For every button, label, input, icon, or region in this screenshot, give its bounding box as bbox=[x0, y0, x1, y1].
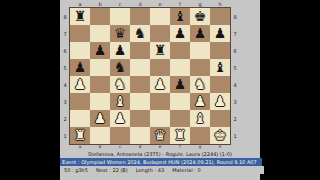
coordinate-label: a bbox=[70, 0, 90, 8]
coordinate-label: 3 bbox=[60, 93, 70, 110]
square-d3[interactable] bbox=[130, 93, 150, 110]
white-bishop[interactable]: ♝ bbox=[194, 110, 207, 127]
square-g7[interactable]: ♟ bbox=[190, 25, 210, 42]
square-b4[interactable] bbox=[90, 76, 110, 93]
black-pawn[interactable]: ♟ bbox=[74, 59, 87, 76]
square-h6[interactable] bbox=[210, 42, 230, 59]
last-move-cell: 50 : g3h5 bbox=[64, 166, 88, 174]
square-f6[interactable] bbox=[170, 42, 190, 59]
rank-labels-right: 87654321 bbox=[230, 8, 240, 144]
black-bishop[interactable]: ♝ bbox=[214, 59, 227, 76]
square-e3[interactable] bbox=[150, 93, 170, 110]
white-pawn[interactable]: ♟ bbox=[214, 93, 227, 110]
square-g5[interactable] bbox=[190, 59, 210, 76]
square-f7[interactable]: ♟ bbox=[170, 25, 190, 42]
white-pawn[interactable]: ♟ bbox=[94, 110, 107, 127]
coordinate-label: 7 bbox=[60, 25, 70, 42]
white-bishop[interactable]: ♝ bbox=[114, 93, 127, 110]
square-c2[interactable]: ♟ bbox=[110, 110, 130, 127]
square-b8[interactable] bbox=[90, 8, 110, 25]
black-pawn[interactable]: ♟ bbox=[174, 25, 187, 42]
white-king[interactable]: ♚ bbox=[214, 127, 227, 144]
black-pawn[interactable]: ♟ bbox=[114, 42, 127, 59]
square-f2[interactable] bbox=[170, 110, 190, 127]
square-a3[interactable] bbox=[70, 93, 90, 110]
black-pawn[interactable]: ♟ bbox=[174, 76, 187, 93]
square-c6[interactable]: ♟ bbox=[110, 42, 130, 59]
square-e8[interactable] bbox=[150, 8, 170, 25]
coordinate-label: 8 bbox=[60, 8, 70, 25]
square-d1[interactable] bbox=[130, 127, 150, 144]
coordinate-label: e bbox=[150, 0, 170, 8]
square-b2[interactable]: ♟ bbox=[90, 110, 110, 127]
coordinate-label: a bbox=[70, 144, 90, 150]
coordinate-label: 4 bbox=[60, 76, 70, 93]
material-cell: Material : 0 bbox=[172, 166, 200, 174]
coordinate-label: 2 bbox=[60, 110, 70, 127]
square-h7[interactable]: ♟ bbox=[210, 25, 230, 42]
black-rook[interactable]: ♜ bbox=[74, 8, 87, 25]
black-rook[interactable]: ♜ bbox=[154, 42, 167, 59]
square-e7[interactable] bbox=[150, 25, 170, 42]
square-g2[interactable]: ♝ bbox=[190, 110, 210, 127]
square-d2[interactable] bbox=[130, 110, 150, 127]
square-b1[interactable] bbox=[90, 127, 110, 144]
square-b5[interactable] bbox=[90, 59, 110, 76]
square-f5[interactable] bbox=[170, 59, 190, 76]
coordinate-label: 7 bbox=[230, 25, 240, 42]
square-h1[interactable]: ♚ bbox=[210, 127, 230, 144]
chess-gui-panel: abcdefgh 87654321 ♜♝♚♛♞♟♟♟♟♟♜♟♞♝♟♞♟♟♞♝♟♟… bbox=[60, 0, 260, 180]
rank-labels-left: 87654321 bbox=[60, 8, 70, 144]
players-caption: Stefanova, Antoaneta (2375) - Rogule, La… bbox=[60, 150, 260, 158]
square-h5[interactable]: ♝ bbox=[210, 59, 230, 76]
white-pawn[interactable]: ♟ bbox=[114, 110, 127, 127]
square-d8[interactable] bbox=[130, 8, 150, 25]
coordinate-label: 1 bbox=[230, 127, 240, 144]
square-g8[interactable]: ♚ bbox=[190, 8, 210, 25]
coordinate-label: b bbox=[90, 0, 110, 8]
white-rook[interactable]: ♜ bbox=[174, 127, 187, 144]
file-labels-top: abcdefgh bbox=[60, 0, 260, 8]
square-a6[interactable] bbox=[70, 42, 90, 59]
square-c5[interactable]: ♞ bbox=[110, 59, 130, 76]
black-pawn[interactable]: ♟ bbox=[94, 42, 107, 59]
coordinate-label: 2 bbox=[230, 110, 240, 127]
square-a1[interactable]: ♜ bbox=[70, 127, 90, 144]
coordinate-label: 4 bbox=[230, 76, 240, 93]
video-frame: abcdefgh 87654321 ♜♝♚♛♞♟♟♟♟♟♜♟♞♝♟♞♟♟♞♝♟♟… bbox=[0, 0, 320, 180]
square-e5[interactable] bbox=[150, 59, 170, 76]
square-g6[interactable] bbox=[190, 42, 210, 59]
white-pawn[interactable]: ♟ bbox=[154, 76, 167, 93]
square-c1[interactable] bbox=[110, 127, 130, 144]
square-f8[interactable]: ♝ bbox=[170, 8, 190, 25]
coordinate-label: f bbox=[170, 0, 190, 8]
white-queen[interactable]: ♛ bbox=[154, 127, 167, 144]
coordinate-label: 5 bbox=[230, 59, 240, 76]
black-pawn[interactable]: ♟ bbox=[214, 25, 227, 42]
square-d6[interactable] bbox=[130, 42, 150, 59]
black-knight[interactable]: ♞ bbox=[114, 59, 127, 76]
square-h3[interactable]: ♟ bbox=[210, 93, 230, 110]
square-d7[interactable]: ♞ bbox=[130, 25, 150, 42]
square-a2[interactable] bbox=[70, 110, 90, 127]
game-length-cell: Length : 43 bbox=[136, 166, 164, 174]
square-c3[interactable]: ♝ bbox=[110, 93, 130, 110]
square-a7[interactable] bbox=[70, 25, 90, 42]
white-pawn[interactable]: ♟ bbox=[194, 93, 207, 110]
white-pawn[interactable]: ♟ bbox=[74, 76, 87, 93]
coordinate-label: d bbox=[130, 0, 150, 8]
black-king[interactable]: ♚ bbox=[194, 8, 207, 25]
square-g4[interactable]: ♞ bbox=[190, 76, 210, 93]
chess-board: ♜♝♚♛♞♟♟♟♟♟♜♟♞♝♟♞♟♟♞♝♟♟♟♟♝♜♛♜♚ bbox=[70, 8, 230, 144]
coordinate-label: c bbox=[110, 0, 130, 8]
square-e6[interactable]: ♜ bbox=[150, 42, 170, 59]
square-h4[interactable] bbox=[210, 76, 230, 93]
event-caption: Event : Olympiad Women 2024, Budapest HU… bbox=[60, 158, 262, 166]
square-b3[interactable] bbox=[90, 93, 110, 110]
coordinate-label: 3 bbox=[230, 93, 240, 110]
square-e2[interactable] bbox=[150, 110, 170, 127]
square-d4[interactable] bbox=[130, 76, 150, 93]
next-move-cell: Next : 22 (B) bbox=[96, 166, 128, 174]
square-c8[interactable] bbox=[110, 8, 130, 25]
coordinate-label: g bbox=[190, 0, 210, 8]
status-caption: 50 : g3h5 Next : 22 (B) Length : 43 Mate… bbox=[60, 166, 264, 174]
coordinate-label: 6 bbox=[60, 42, 70, 59]
square-f4[interactable]: ♟ bbox=[170, 76, 190, 93]
coordinate-label: 8 bbox=[230, 8, 240, 25]
square-a5[interactable]: ♟ bbox=[70, 59, 90, 76]
coordinate-label: 1 bbox=[60, 127, 70, 144]
square-h2[interactable] bbox=[210, 110, 230, 127]
square-c7[interactable]: ♛ bbox=[110, 25, 130, 42]
white-knight[interactable]: ♞ bbox=[114, 76, 127, 93]
square-a8[interactable]: ♜ bbox=[70, 8, 90, 25]
coordinate-label: h bbox=[210, 0, 230, 8]
coordinate-label: 5 bbox=[60, 59, 70, 76]
black-bishop[interactable]: ♝ bbox=[174, 8, 187, 25]
square-a4[interactable]: ♟ bbox=[70, 76, 90, 93]
square-b7[interactable] bbox=[90, 25, 110, 42]
black-knight[interactable]: ♞ bbox=[134, 25, 147, 42]
square-d5[interactable] bbox=[130, 59, 150, 76]
square-f1[interactable]: ♜ bbox=[170, 127, 190, 144]
panel-footer bbox=[60, 174, 260, 180]
square-c4[interactable]: ♞ bbox=[110, 76, 130, 93]
square-h8[interactable] bbox=[210, 8, 230, 25]
black-pawn[interactable]: ♟ bbox=[194, 25, 207, 42]
white-knight[interactable]: ♞ bbox=[194, 76, 207, 93]
black-queen[interactable]: ♛ bbox=[114, 25, 127, 42]
square-g3[interactable]: ♟ bbox=[190, 93, 210, 110]
square-b6[interactable]: ♟ bbox=[90, 42, 110, 59]
square-e4[interactable]: ♟ bbox=[150, 76, 170, 93]
square-g1[interactable] bbox=[190, 127, 210, 144]
coordinate-label: 6 bbox=[230, 42, 240, 59]
square-e1[interactable]: ♛ bbox=[150, 127, 170, 144]
white-rook[interactable]: ♜ bbox=[74, 127, 87, 144]
square-f3[interactable] bbox=[170, 93, 190, 110]
